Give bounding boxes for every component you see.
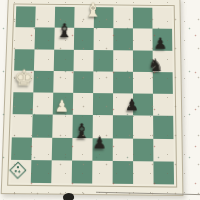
square-b5[interactable] bbox=[33, 71, 53, 93]
piece-black-bishop-d3[interactable]: ♝ bbox=[72, 121, 90, 141]
piece-white-king-a5[interactable]: ♚ bbox=[14, 67, 34, 89]
square-f2[interactable] bbox=[113, 138, 133, 161]
piece-black-pawn-h7[interactable]: ♟ bbox=[153, 36, 167, 52]
piece-white-pawn-c4[interactable]: ♟ bbox=[55, 98, 70, 114]
square-h2[interactable] bbox=[153, 138, 174, 161]
square-g1[interactable] bbox=[133, 161, 154, 184]
square-b6[interactable] bbox=[34, 49, 54, 71]
square-b4[interactable] bbox=[33, 92, 54, 114]
square-e4[interactable] bbox=[93, 93, 113, 115]
maker-stamp-diamond bbox=[9, 161, 26, 179]
square-d3[interactable]: ♝ bbox=[72, 115, 92, 138]
square-f7[interactable] bbox=[113, 28, 133, 50]
square-f6[interactable] bbox=[113, 50, 133, 72]
chess-board: ♝♝♟♞♚♟♟♝♟ bbox=[1, 0, 184, 196]
piece-white-bishop-d8[interactable]: ♝ bbox=[84, 0, 102, 19]
square-a5[interactable]: ♚ bbox=[13, 70, 34, 92]
square-b3[interactable] bbox=[32, 115, 53, 138]
square-g7[interactable] bbox=[133, 29, 153, 51]
square-a2[interactable] bbox=[11, 137, 32, 160]
square-h5[interactable] bbox=[153, 72, 173, 94]
square-e1[interactable] bbox=[92, 160, 113, 183]
square-b8[interactable] bbox=[35, 7, 55, 28]
piece-black-bishop-c7[interactable]: ♝ bbox=[55, 21, 73, 40]
square-c3[interactable] bbox=[52, 115, 73, 138]
square-a7[interactable] bbox=[15, 27, 35, 49]
square-c2[interactable] bbox=[52, 137, 73, 160]
square-h6[interactable]: ♞ bbox=[153, 50, 173, 72]
square-d7[interactable] bbox=[74, 28, 94, 50]
square-g3[interactable] bbox=[133, 116, 153, 139]
square-g5[interactable] bbox=[133, 72, 153, 94]
square-d1[interactable] bbox=[72, 160, 93, 183]
square-g2[interactable] bbox=[133, 138, 153, 161]
square-h4[interactable] bbox=[153, 94, 173, 116]
square-e6[interactable] bbox=[93, 50, 113, 72]
square-a8[interactable] bbox=[16, 6, 36, 27]
square-d8[interactable]: ♝ bbox=[74, 7, 94, 28]
piece-black-pawn-f4[interactable]: ♟ bbox=[125, 97, 139, 113]
square-a4[interactable] bbox=[13, 92, 34, 114]
piece-black-pawn-e2[interactable]: ♟ bbox=[92, 134, 107, 150]
square-d6[interactable] bbox=[74, 49, 94, 71]
square-f8[interactable] bbox=[113, 7, 133, 28]
square-h1[interactable] bbox=[153, 161, 174, 184]
square-f1[interactable] bbox=[113, 161, 133, 184]
square-b1[interactable] bbox=[31, 160, 52, 183]
square-a3[interactable] bbox=[12, 114, 33, 137]
square-e2[interactable]: ♟ bbox=[92, 138, 112, 161]
board-photo: ♝♝♟♞♚♟♟♝♟ bbox=[0, 0, 200, 200]
square-h7[interactable]: ♟ bbox=[152, 29, 172, 51]
square-c6[interactable] bbox=[54, 49, 74, 71]
square-d4[interactable] bbox=[73, 93, 93, 115]
square-e5[interactable] bbox=[93, 71, 113, 93]
square-c5[interactable] bbox=[53, 71, 73, 93]
square-f5[interactable] bbox=[113, 71, 133, 93]
square-h3[interactable] bbox=[153, 116, 173, 139]
piece-black-knight-h6[interactable]: ♞ bbox=[148, 56, 164, 74]
square-c4[interactable]: ♟ bbox=[53, 93, 73, 115]
board-squares-grid: ♝♝♟♞♚♟♟♝♟ bbox=[10, 6, 174, 184]
square-c7[interactable]: ♝ bbox=[54, 28, 74, 50]
square-a1[interactable] bbox=[10, 160, 31, 183]
square-f3[interactable] bbox=[113, 115, 133, 138]
square-g8[interactable] bbox=[133, 8, 153, 29]
square-b2[interactable] bbox=[31, 137, 52, 160]
square-f4[interactable]: ♟ bbox=[113, 93, 133, 115]
square-b7[interactable] bbox=[35, 28, 55, 50]
square-c1[interactable] bbox=[51, 160, 72, 183]
square-h8[interactable] bbox=[152, 8, 172, 29]
square-e7[interactable] bbox=[94, 28, 114, 50]
square-d5[interactable] bbox=[73, 71, 93, 93]
